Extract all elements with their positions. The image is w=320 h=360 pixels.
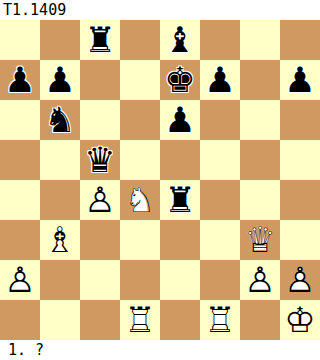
square-e1[interactable] [160, 300, 200, 340]
piece-white-pawn[interactable]: ♙ [240, 260, 280, 300]
square-h8[interactable] [280, 20, 320, 60]
move-prompt: 1. ? [0, 340, 320, 360]
piece-black-rook[interactable]: ♜ [80, 20, 120, 60]
piece-white-bishop[interactable]: ♗ [40, 220, 80, 260]
square-e4[interactable]: ♜ [160, 180, 200, 220]
square-e2[interactable] [160, 260, 200, 300]
piece-white-king[interactable]: ♔ [280, 300, 320, 340]
square-c1[interactable] [80, 300, 120, 340]
piece-white-knight[interactable]: ♘ [120, 180, 160, 220]
piece-black-pawn[interactable]: ♟ [160, 100, 200, 140]
square-a3[interactable] [0, 220, 40, 260]
square-b6[interactable]: ♞ [40, 100, 80, 140]
square-h5[interactable] [280, 140, 320, 180]
piece-white-pawn[interactable]: ♙ [80, 180, 120, 220]
square-e7[interactable]: ♚ [160, 60, 200, 100]
square-c7[interactable] [80, 60, 120, 100]
square-f5[interactable] [200, 140, 240, 180]
square-e5[interactable] [160, 140, 200, 180]
piece-black-pawn[interactable]: ♟ [280, 60, 320, 100]
square-h7[interactable]: ♟ [280, 60, 320, 100]
square-c8[interactable]: ♜ [80, 20, 120, 60]
chess-puzzle-window: T1.1409 ♜♝♟♟♚♟♟♞♟♛♟♙♞♘♜♝♗♛♕♟♙♟♙♟♙♜♖♜♖♚♔ … [0, 0, 320, 360]
square-e8[interactable]: ♝ [160, 20, 200, 60]
square-a8[interactable] [0, 20, 40, 60]
square-f2[interactable] [200, 260, 240, 300]
square-d3[interactable] [120, 220, 160, 260]
square-c5[interactable]: ♛ [80, 140, 120, 180]
square-d2[interactable] [120, 260, 160, 300]
square-g2[interactable]: ♟♙ [240, 260, 280, 300]
square-f3[interactable] [200, 220, 240, 260]
square-h6[interactable] [280, 100, 320, 140]
square-c3[interactable] [80, 220, 120, 260]
square-b7[interactable]: ♟ [40, 60, 80, 100]
square-d1[interactable]: ♜♖ [120, 300, 160, 340]
square-e6[interactable]: ♟ [160, 100, 200, 140]
square-g8[interactable] [240, 20, 280, 60]
square-g3[interactable]: ♛♕ [240, 220, 280, 260]
square-h4[interactable] [280, 180, 320, 220]
square-b8[interactable] [40, 20, 80, 60]
square-h1[interactable]: ♚♔ [280, 300, 320, 340]
square-g5[interactable] [240, 140, 280, 180]
square-b4[interactable] [40, 180, 80, 220]
square-f8[interactable] [200, 20, 240, 60]
square-b1[interactable] [40, 300, 80, 340]
piece-black-pawn[interactable]: ♟ [40, 60, 80, 100]
piece-white-rook[interactable]: ♖ [200, 300, 240, 340]
square-d5[interactable] [120, 140, 160, 180]
chess-board: ♜♝♟♟♚♟♟♞♟♛♟♙♞♘♜♝♗♛♕♟♙♟♙♟♙♜♖♜♖♚♔ [0, 20, 320, 340]
square-a2[interactable]: ♟♙ [0, 260, 40, 300]
piece-white-queen[interactable]: ♕ [240, 220, 280, 260]
square-f6[interactable] [200, 100, 240, 140]
square-g1[interactable] [240, 300, 280, 340]
square-g6[interactable] [240, 100, 280, 140]
square-h3[interactable] [280, 220, 320, 260]
piece-white-rook[interactable]: ♖ [120, 300, 160, 340]
piece-white-pawn[interactable]: ♙ [0, 260, 40, 300]
piece-black-bishop[interactable]: ♝ [160, 20, 200, 60]
piece-black-rook[interactable]: ♜ [160, 180, 200, 220]
square-a5[interactable] [0, 140, 40, 180]
puzzle-id-label: T1.1409 [0, 0, 320, 20]
square-d4[interactable]: ♞♘ [120, 180, 160, 220]
square-a1[interactable] [0, 300, 40, 340]
piece-black-pawn[interactable]: ♟ [0, 60, 40, 100]
square-c6[interactable] [80, 100, 120, 140]
square-a4[interactable] [0, 180, 40, 220]
square-f1[interactable]: ♜♖ [200, 300, 240, 340]
square-d8[interactable] [120, 20, 160, 60]
square-g4[interactable] [240, 180, 280, 220]
piece-black-pawn[interactable]: ♟ [200, 60, 240, 100]
piece-white-pawn[interactable]: ♙ [280, 260, 320, 300]
square-b5[interactable] [40, 140, 80, 180]
piece-black-queen[interactable]: ♛ [80, 140, 120, 180]
square-b2[interactable] [40, 260, 80, 300]
square-b3[interactable]: ♝♗ [40, 220, 80, 260]
square-c2[interactable] [80, 260, 120, 300]
square-f4[interactable] [200, 180, 240, 220]
square-d6[interactable] [120, 100, 160, 140]
square-d7[interactable] [120, 60, 160, 100]
square-e3[interactable] [160, 220, 200, 260]
square-f7[interactable]: ♟ [200, 60, 240, 100]
piece-black-knight[interactable]: ♞ [40, 100, 80, 140]
square-c4[interactable]: ♟♙ [80, 180, 120, 220]
piece-black-king[interactable]: ♚ [160, 60, 200, 100]
square-a7[interactable]: ♟ [0, 60, 40, 100]
square-h2[interactable]: ♟♙ [280, 260, 320, 300]
square-g7[interactable] [240, 60, 280, 100]
square-a6[interactable] [0, 100, 40, 140]
